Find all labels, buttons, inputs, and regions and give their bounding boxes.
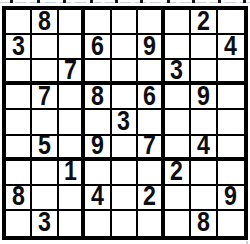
cell-r2c1[interactable]: 3 <box>6 35 32 60</box>
cell-r8c8[interactable] <box>191 186 217 211</box>
grid-above-line-bottom-tick <box>167 0 170 3</box>
given-digit: 9 <box>197 85 210 110</box>
cell-r9c7[interactable] <box>165 211 191 236</box>
cell-r4c1[interactable] <box>6 85 32 110</box>
given-digit: 4 <box>224 35 237 60</box>
cell-r5c5[interactable]: 3 <box>112 110 138 135</box>
given-digit: 8 <box>91 85 104 110</box>
grid-above-line-bottom-tick <box>140 0 143 3</box>
cell-r8c1[interactable]: 8 <box>6 186 32 211</box>
given-digit: 2 <box>143 186 156 211</box>
cell-r4c5[interactable] <box>112 85 138 110</box>
cell-r3c7[interactable]: 3 <box>165 60 191 85</box>
cell-r3c3[interactable]: 7 <box>59 60 85 85</box>
cell-r5c6[interactable] <box>138 110 164 135</box>
cell-r4c6[interactable]: 6 <box>138 85 164 110</box>
cell-r9c9[interactable] <box>218 211 244 236</box>
cell-r8c6[interactable]: 2 <box>138 186 164 211</box>
cell-r7c3[interactable]: 1 <box>59 161 85 186</box>
cell-r4c7[interactable] <box>165 85 191 110</box>
cell-r7c8[interactable] <box>191 161 217 186</box>
cell-r2c6[interactable]: 9 <box>138 35 164 60</box>
cell-r3c2[interactable] <box>32 60 58 85</box>
given-digit: 3 <box>170 60 183 85</box>
cell-r3c5[interactable] <box>112 60 138 85</box>
cell-r9c5[interactable] <box>112 211 138 236</box>
given-digit: 9 <box>143 35 156 60</box>
given-digit: 6 <box>143 85 156 110</box>
grid-above-line-bottom-tick <box>243 0 246 3</box>
cell-r5c4[interactable] <box>85 110 111 135</box>
cell-r6c1[interactable] <box>6 136 32 161</box>
cell-r2c7[interactable] <box>165 35 191 60</box>
cell-r3c4[interactable] <box>85 60 111 85</box>
cell-r8c4[interactable]: 4 <box>85 186 111 211</box>
cell-r7c9[interactable] <box>218 161 244 186</box>
given-digit: 3 <box>12 35 25 60</box>
cell-r1c4[interactable] <box>85 10 111 35</box>
cell-r5c8[interactable] <box>191 110 217 135</box>
cell-r7c2[interactable] <box>32 161 58 186</box>
cell-r6c2[interactable]: 5 <box>32 136 58 161</box>
cell-r8c9[interactable]: 9 <box>218 186 244 211</box>
cell-r7c7[interactable]: 2 <box>165 161 191 186</box>
cell-r9c2[interactable]: 3 <box>32 211 58 236</box>
cell-r8c3[interactable] <box>59 186 85 211</box>
cell-r9c1[interactable] <box>6 211 32 236</box>
grid-above-line-bottom-tick <box>63 0 66 3</box>
given-digit: 9 <box>91 136 104 161</box>
cell-r1c7[interactable] <box>165 10 191 35</box>
cell-r5c9[interactable] <box>218 110 244 135</box>
grid-above-line-bottom-tick <box>10 0 13 3</box>
cell-r1c1[interactable] <box>6 10 32 35</box>
cell-r2c3[interactable] <box>59 35 85 60</box>
cell-r4c3[interactable] <box>59 85 85 110</box>
given-digit: 3 <box>38 211 51 236</box>
cell-r9c4[interactable] <box>85 211 111 236</box>
sudoku-board: 8236947378693597412842938 <box>2 6 248 240</box>
cell-r2c8[interactable] <box>191 35 217 60</box>
given-digit: 7 <box>143 136 156 161</box>
given-digit: 3 <box>118 110 131 135</box>
cell-r1c6[interactable] <box>138 10 164 35</box>
given-digit: 4 <box>91 186 104 211</box>
cell-r1c9[interactable] <box>218 10 244 35</box>
cell-r3c1[interactable] <box>6 60 32 85</box>
cell-r4c4[interactable]: 8 <box>85 85 111 110</box>
cell-r7c4[interactable] <box>85 161 111 186</box>
cell-r1c2[interactable]: 8 <box>32 10 58 35</box>
given-digit: 6 <box>91 35 104 60</box>
cell-r6c8[interactable]: 4 <box>191 136 217 161</box>
cell-r9c6[interactable] <box>138 211 164 236</box>
cell-r5c7[interactable] <box>165 110 191 135</box>
cell-r6c5[interactable] <box>112 136 138 161</box>
given-digit: 2 <box>197 10 210 35</box>
grid-above-line-bottom-tick <box>115 0 118 3</box>
cell-r9c8[interactable]: 8 <box>191 211 217 236</box>
cell-r5c3[interactable] <box>59 110 85 135</box>
cell-r3c6[interactable] <box>138 60 164 85</box>
cell-r5c1[interactable] <box>6 110 32 135</box>
cell-r7c1[interactable] <box>6 161 32 186</box>
cell-r2c5[interactable] <box>112 35 138 60</box>
cell-r1c5[interactable] <box>112 10 138 35</box>
given-digit: 8 <box>38 10 51 35</box>
cell-r8c7[interactable] <box>165 186 191 211</box>
cell-r7c6[interactable] <box>138 161 164 186</box>
cell-r8c5[interactable] <box>112 186 138 211</box>
cell-r4c8[interactable]: 9 <box>191 85 217 110</box>
given-digit: 1 <box>64 161 77 186</box>
given-digit: 7 <box>38 85 51 110</box>
cell-r8c2[interactable] <box>32 186 58 211</box>
cell-r1c3[interactable] <box>59 10 85 35</box>
cell-r7c5[interactable] <box>112 161 138 186</box>
given-digit: 4 <box>197 136 210 161</box>
cell-r2c4[interactable]: 6 <box>85 35 111 60</box>
given-digit: 5 <box>38 136 51 161</box>
cell-r2c2[interactable] <box>32 35 58 60</box>
grid-above-line-bottom-tick <box>218 0 221 3</box>
cell-r3c9[interactable] <box>218 60 244 85</box>
given-digit: 9 <box>224 186 237 211</box>
given-digit: 2 <box>170 161 183 186</box>
cell-r5c2[interactable] <box>32 110 58 135</box>
given-digit: 8 <box>12 186 25 211</box>
given-digit: 7 <box>64 60 77 85</box>
cell-r6c6[interactable]: 7 <box>138 136 164 161</box>
cell-r3c8[interactable] <box>191 60 217 85</box>
grid-above-line-bottom-tick <box>90 0 93 3</box>
cell-r4c9[interactable] <box>218 85 244 110</box>
cell-r6c4[interactable]: 9 <box>85 136 111 161</box>
sudoku-puzzle-image: 8236947378693597412842938 <box>0 0 250 244</box>
cell-r9c3[interactable] <box>59 211 85 236</box>
grid-above-line-bottom-tick <box>37 0 40 3</box>
cell-r6c7[interactable] <box>165 136 191 161</box>
cell-r1c8[interactable]: 2 <box>191 10 217 35</box>
cell-r6c3[interactable] <box>59 136 85 161</box>
cell-r6c9[interactable] <box>218 136 244 161</box>
cell-r2c9[interactable]: 4 <box>218 35 244 60</box>
grid-above-line-bottom-tick <box>192 0 195 3</box>
cell-r4c2[interactable]: 7 <box>32 85 58 110</box>
given-digit: 8 <box>197 211 210 236</box>
